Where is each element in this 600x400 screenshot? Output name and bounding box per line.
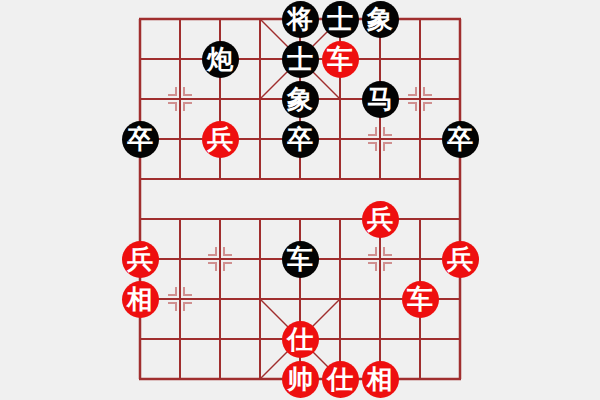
red-soldier[interactable]: 兵 — [362, 201, 399, 238]
red-soldier[interactable]: 兵 — [122, 241, 159, 278]
black-chariot[interactable]: 车 — [282, 241, 319, 278]
red-elephant[interactable]: 相 — [122, 281, 159, 318]
black-soldier[interactable]: 卒 — [282, 121, 319, 158]
black-elephant[interactable]: 象 — [362, 1, 399, 38]
black-soldier[interactable]: 卒 — [442, 121, 479, 158]
red-general[interactable]: 帅 — [282, 361, 319, 398]
red-soldier[interactable]: 兵 — [442, 241, 479, 278]
red-soldier[interactable]: 兵 — [202, 121, 239, 158]
black-cannon[interactable]: 炮 — [202, 41, 239, 78]
xiangqi-app-screen: 将士象炮士车象马卒兵卒卒兵兵车兵相车仕帅仕相 — [0, 0, 600, 400]
red-advisor[interactable]: 仕 — [282, 321, 319, 358]
pieces-layer: 将士象炮士车象马卒兵卒卒兵兵车兵相车仕帅仕相 — [0, 0, 600, 400]
red-chariot[interactable]: 车 — [402, 281, 439, 318]
black-soldier[interactable]: 卒 — [122, 121, 159, 158]
black-horse[interactable]: 马 — [362, 81, 399, 118]
black-advisor[interactable]: 士 — [322, 1, 359, 38]
black-general[interactable]: 将 — [282, 1, 319, 38]
red-elephant[interactable]: 相 — [362, 361, 399, 398]
black-elephant[interactable]: 象 — [282, 81, 319, 118]
red-advisor[interactable]: 仕 — [322, 361, 359, 398]
black-advisor[interactable]: 士 — [282, 41, 319, 78]
red-chariot[interactable]: 车 — [322, 41, 359, 78]
